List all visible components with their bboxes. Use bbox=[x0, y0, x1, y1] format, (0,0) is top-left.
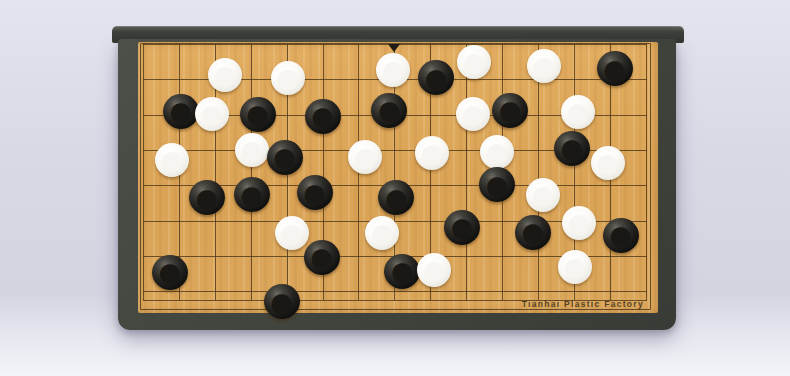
stone-black[interactable]: ● bbox=[152, 255, 188, 290]
stone-black[interactable]: ● bbox=[492, 93, 528, 128]
product-photo-background: ●●●●●●●●●●●●●●●●●●●●●●●●●●●●●●●●●●●●●●●●… bbox=[0, 0, 790, 376]
stone-white[interactable]: ● bbox=[558, 250, 592, 284]
stone-black[interactable]: ● bbox=[163, 94, 199, 129]
stone-white[interactable]: ● bbox=[457, 45, 491, 79]
stone-black[interactable]: ● bbox=[304, 240, 340, 275]
stone-black[interactable]: ● bbox=[189, 180, 225, 215]
stone-white[interactable]: ● bbox=[208, 58, 242, 92]
stone-black[interactable]: ● bbox=[603, 218, 639, 253]
stone-black[interactable]: ● bbox=[267, 140, 303, 175]
stone-white[interactable]: ● bbox=[376, 53, 410, 87]
stone-black[interactable]: ● bbox=[479, 167, 515, 202]
stone-white[interactable]: ● bbox=[275, 216, 309, 250]
stone-black[interactable]: ● bbox=[264, 284, 300, 319]
stone-white[interactable]: ● bbox=[348, 140, 382, 174]
stone-black[interactable]: ● bbox=[371, 93, 407, 128]
go-board-frame: ●●●●●●●●●●●●●●●●●●●●●●●●●●●●●●●●●●●●●●●●… bbox=[118, 39, 676, 330]
stone-white[interactable]: ● bbox=[480, 135, 514, 169]
stone-white[interactable]: ● bbox=[235, 133, 269, 167]
stone-black[interactable]: ● bbox=[418, 60, 454, 95]
stone-black[interactable]: ● bbox=[554, 131, 590, 166]
stone-white[interactable]: ● bbox=[456, 97, 490, 131]
stone-black[interactable]: ● bbox=[597, 51, 633, 86]
stone-black[interactable]: ● bbox=[297, 175, 333, 210]
stone-black[interactable]: ● bbox=[444, 210, 480, 245]
go-board-surface: ●●●●●●●●●●●●●●●●●●●●●●●●●●●●●●●●●●●●●●●●… bbox=[138, 42, 658, 313]
factory-label: Tianhai Plastic Factory bbox=[522, 299, 644, 309]
stone-white[interactable]: ● bbox=[562, 206, 596, 240]
stone-black[interactable]: ● bbox=[234, 177, 270, 212]
stone-white[interactable]: ● bbox=[365, 216, 399, 250]
stone-white[interactable]: ● bbox=[271, 61, 305, 95]
stone-white[interactable]: ● bbox=[561, 95, 595, 129]
stone-black[interactable]: ● bbox=[305, 99, 341, 134]
stone-black[interactable]: ● bbox=[240, 97, 276, 132]
stone-white[interactable]: ● bbox=[527, 49, 561, 83]
stone-white[interactable]: ● bbox=[155, 143, 189, 177]
stone-black[interactable]: ● bbox=[384, 254, 420, 289]
stone-white[interactable]: ● bbox=[591, 146, 625, 180]
stone-white[interactable]: ● bbox=[195, 97, 229, 131]
stone-white[interactable]: ● bbox=[415, 136, 449, 170]
stones-layer: ●●●●●●●●●●●●●●●●●●●●●●●●●●●●●●●●●●●●●●●●… bbox=[138, 42, 658, 313]
stone-black[interactable]: ● bbox=[515, 215, 551, 250]
stone-white[interactable]: ● bbox=[417, 253, 451, 287]
stone-white[interactable]: ● bbox=[526, 178, 560, 212]
stone-black[interactable]: ● bbox=[378, 180, 414, 215]
